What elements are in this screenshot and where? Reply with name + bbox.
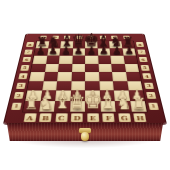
- square-f6: [98, 56, 111, 64]
- board-grid: ♜♞♝♛♚♝♞♜♟♟♟♟♟♟♟♟♟♟♟♟♟♟♟♟♜♞♝♛♚♝♞♜: [23, 41, 146, 112]
- square-c5: [58, 64, 72, 72]
- file-label-f: F: [103, 113, 115, 122]
- clasp-knob: [81, 132, 89, 141]
- file-label-slot: H: [131, 113, 149, 123]
- square-g5: [111, 64, 125, 72]
- black-pawn: ♟: [125, 45, 134, 55]
- file-label-g: G: [118, 113, 131, 122]
- square-h5: [124, 64, 139, 72]
- square-e1: ♚: [85, 101, 100, 112]
- board-scene: ABCDEFGH 87654321 87654321 ABCDEFGH ♜♞♝♛…: [17, 4, 153, 140]
- rank-label-left-slot: 4: [16, 72, 29, 81]
- file-label-slot: D: [69, 113, 85, 123]
- square-c6: [59, 56, 72, 64]
- square-h4: [126, 72, 141, 81]
- file-label-slot: B: [37, 113, 54, 123]
- square-a5: [31, 64, 46, 72]
- square-b7: ♟: [47, 48, 60, 55]
- square-d7: ♟: [72, 48, 85, 55]
- rank-label-left-slot: 1: [9, 101, 24, 112]
- rank-label-left-slot: 8: [24, 41, 35, 48]
- square-d5: [72, 64, 86, 72]
- brass-clasp-icon: [79, 128, 91, 142]
- rank-label-left-slot: 6: [21, 56, 33, 64]
- rank-label-right-slot: 1: [146, 101, 161, 112]
- black-pawn: ♟: [87, 45, 96, 55]
- square-g6: [110, 56, 124, 64]
- square-a4: [29, 72, 44, 81]
- rank-label-left-slot: 5: [19, 64, 32, 72]
- file-label-slot: A: [21, 113, 39, 123]
- file-label-slot: C: [53, 113, 69, 123]
- square-f1: ♝: [100, 101, 116, 112]
- rank-label-left-3: 3: [16, 83, 26, 89]
- black-pawn: ♟: [112, 45, 121, 55]
- rank-label-right-slot: 3: [142, 81, 156, 91]
- file-label-slot: G: [116, 113, 133, 123]
- chess-board: ABCDEFGH 87654321 87654321 ABCDEFGH ♜♞♝♛…: [4, 34, 165, 124]
- file-label-a: A: [23, 113, 36, 122]
- square-a7: ♟: [34, 48, 48, 55]
- rank-label-left-8: 8: [26, 42, 35, 47]
- square-e4: [85, 72, 99, 81]
- square-f7: ♟: [97, 48, 110, 55]
- square-d6: [72, 56, 85, 64]
- file-label-c: C: [55, 113, 67, 122]
- rank-label-right-5: 5: [140, 65, 150, 71]
- square-h1: ♜: [130, 101, 147, 112]
- rank-label-left-7: 7: [24, 49, 33, 54]
- black-pawn: ♟: [61, 45, 70, 55]
- rank-label-right-slot: 4: [141, 72, 154, 81]
- square-g4: [112, 72, 127, 81]
- rank-label-right-4: 4: [142, 73, 152, 79]
- rank-label-right-2: 2: [146, 92, 157, 99]
- square-e5: [85, 64, 99, 72]
- square-h6: [123, 56, 137, 64]
- square-h7: ♟: [122, 48, 136, 55]
- file-label-slot: F: [100, 113, 116, 123]
- white-rook: ♜: [132, 96, 146, 111]
- square-c4: [57, 72, 71, 81]
- black-pawn: ♟: [74, 45, 83, 55]
- rank-label-left-slot: 7: [22, 48, 34, 55]
- rank-label-right-slot: 7: [136, 48, 148, 55]
- square-f5: [98, 64, 112, 72]
- rank-label-right-3: 3: [144, 83, 154, 89]
- rank-label-right-8: 8: [136, 42, 145, 47]
- rank-label-left-6: 6: [22, 57, 31, 62]
- square-g7: ♟: [110, 48, 123, 55]
- rank-label-right-slot: 6: [137, 56, 149, 64]
- square-c7: ♟: [60, 48, 73, 55]
- square-e7: ♟: [85, 48, 98, 55]
- file-label-d: D: [71, 113, 83, 122]
- square-f4: [99, 72, 113, 81]
- rank-label-right-slot: 8: [134, 41, 145, 48]
- black-pawn: ♟: [99, 45, 108, 55]
- rank-label-right-1: 1: [148, 103, 159, 110]
- file-label-b: B: [39, 113, 52, 122]
- rank-label-left-1: 1: [11, 103, 22, 110]
- square-e6: [85, 56, 98, 64]
- rank-label-right-slot: 5: [139, 64, 152, 72]
- square-g1: ♞: [115, 101, 132, 112]
- white-rook: ♜: [24, 96, 38, 111]
- white-knight: ♞: [39, 95, 54, 112]
- square-b4: [43, 72, 58, 81]
- rank-label-right-slot: 2: [144, 91, 158, 101]
- square-b1: ♞: [39, 101, 56, 112]
- square-a6: [33, 56, 47, 64]
- white-bishop: ♝: [100, 93, 116, 111]
- rank-label-right-6: 6: [139, 57, 148, 62]
- rank-label-left-2: 2: [13, 92, 24, 99]
- file-labels-near: ABCDEFGH: [21, 113, 149, 123]
- white-knight: ♞: [116, 95, 131, 112]
- chess-set-photo: ABCDEFGH 87654321 87654321 ABCDEFGH ♜♞♝♛…: [0, 0, 170, 170]
- square-d4: [71, 72, 85, 81]
- file-label-h: H: [134, 113, 147, 122]
- square-b6: [46, 56, 60, 64]
- file-label-slot: E: [85, 113, 101, 123]
- square-b5: [45, 64, 59, 72]
- rank-label-left-5: 5: [20, 65, 30, 71]
- rank-label-right-7: 7: [137, 49, 146, 54]
- black-pawn: ♟: [49, 45, 58, 55]
- file-label-e: E: [87, 113, 99, 122]
- black-pawn: ♟: [36, 45, 45, 55]
- rank-label-left-4: 4: [18, 73, 28, 79]
- rank-label-left-slot: 3: [14, 81, 28, 91]
